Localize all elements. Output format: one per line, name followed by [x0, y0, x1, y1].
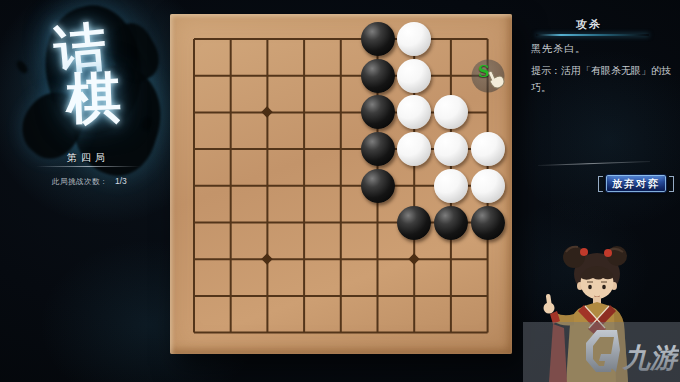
title-underline: [536, 34, 649, 36]
white-stone: [434, 95, 468, 129]
white-stone: [397, 132, 431, 166]
white-stone: [397, 59, 431, 93]
button-bracket-left: [598, 176, 603, 192]
game-screen: 诘 棋 第四局 此局挑战次数： 1/3 S 攻杀 黑先杀白。 提示：活用「有眼杀…: [0, 0, 680, 382]
black-stone: [397, 206, 431, 240]
move-cursor[interactable]: S: [471, 59, 504, 92]
black-stone: [361, 132, 395, 166]
resign-button-group[interactable]: 放弃对弈: [598, 172, 674, 196]
go-board[interactable]: S: [170, 14, 512, 372]
puzzle-type-title: 攻杀: [524, 17, 654, 32]
white-stone: [434, 169, 468, 203]
sidebar-divider: [36, 166, 140, 167]
ink-splash-decoration: [15, 59, 30, 75]
panel-divider: [538, 161, 650, 166]
hint-text: 提示：活用「有眼杀无眼」的技巧。: [531, 62, 680, 96]
black-stone: [471, 206, 505, 240]
white-stone: [397, 95, 431, 129]
logo-text: 九游: [622, 343, 679, 373]
black-stone: [361, 59, 395, 93]
button-bracket-right: [669, 176, 674, 192]
attempts-value: 1/3: [115, 176, 127, 186]
attempts-label: 此局挑战次数：: [52, 177, 108, 187]
black-stone: [434, 206, 468, 240]
objective-text: 黑先杀白。: [531, 42, 586, 56]
black-stone: [361, 169, 395, 203]
white-stone: [471, 132, 505, 166]
series-title-char-2: 棋: [65, 69, 122, 126]
logo-g-mark: [586, 330, 620, 372]
white-stone: [471, 169, 505, 203]
jiuyou-logo: 九游: [581, 326, 679, 380]
white-stone: [397, 22, 431, 56]
white-stone: [434, 132, 468, 166]
black-stone: [361, 22, 395, 56]
resign-button[interactable]: 放弃对弈: [605, 174, 667, 193]
black-stone: [361, 95, 395, 129]
round-label: 第四局: [28, 151, 148, 165]
